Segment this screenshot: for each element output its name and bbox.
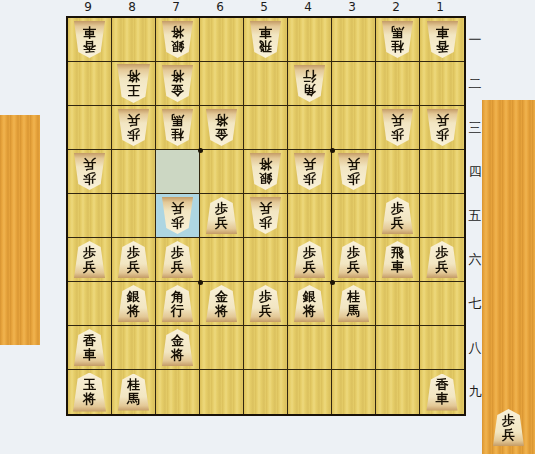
square-5-2[interactable] (244, 62, 288, 106)
square-1-8[interactable] (420, 326, 464, 370)
piece-kanji: 金 (215, 128, 228, 142)
piece-gote-pawn[interactable]: 歩兵 (293, 153, 326, 190)
square-6-1[interactable] (200, 18, 244, 62)
piece-kanji: 兵 (502, 428, 515, 442)
piece-gote-gold[interactable]: 金将 (161, 65, 194, 102)
file-label-4: 4 (286, 0, 330, 16)
square-6-8[interactable] (200, 326, 244, 370)
square-7-7[interactable]: 角行 (156, 282, 200, 326)
piece-kanji: 将 (259, 158, 272, 172)
square-1-5[interactable] (420, 194, 464, 238)
piece-kanji: 将 (171, 26, 184, 40)
rank-label-3: 三 (467, 106, 483, 150)
piece-kanji: 兵 (215, 216, 228, 230)
piece-kanji: 玉 (83, 378, 96, 392)
square-5-5[interactable]: 歩兵 (244, 194, 288, 238)
piece-sente-lance[interactable]: 香車 (426, 374, 459, 411)
rank-label-9: 九 (467, 370, 483, 414)
hoshi-dot (330, 148, 335, 153)
square-9-8[interactable]: 香車 (68, 326, 112, 370)
piece-kanji: 車 (83, 26, 96, 40)
square-9-9[interactable]: 玉将 (68, 370, 112, 414)
square-5-6[interactable] (244, 238, 288, 282)
piece-kanji: 兵 (391, 216, 404, 230)
file-label-5: 5 (242, 0, 286, 16)
square-3-1[interactable] (332, 18, 376, 62)
sente-hand-panel[interactable]: 歩兵 (482, 100, 535, 454)
square-3-6[interactable]: 歩兵 (332, 238, 376, 282)
piece-kanji: 歩 (391, 202, 404, 216)
piece-kanji: 馬 (347, 304, 360, 318)
piece-gote-lance[interactable]: 香車 (73, 21, 106, 58)
square-7-4[interactable] (156, 150, 200, 194)
square-3-9[interactable] (332, 370, 376, 414)
piece-kanji: 桂 (391, 40, 404, 54)
square-4-5[interactable] (288, 194, 332, 238)
piece-sente-pawn[interactable]: 歩兵 (249, 285, 282, 322)
rank-label-2: 二 (467, 62, 483, 106)
file-label-1: 1 (418, 0, 462, 16)
square-3-5[interactable] (332, 194, 376, 238)
rank-label-7: 七 (467, 282, 483, 326)
piece-kanji: 車 (391, 260, 404, 274)
square-5-3[interactable] (244, 106, 288, 150)
square-2-9[interactable] (376, 370, 420, 414)
piece-kanji: 歩 (502, 414, 515, 428)
piece-gote-bishop[interactable]: 角行 (293, 65, 326, 102)
piece-kanji: 歩 (436, 128, 449, 142)
piece-sente-pawn[interactable]: 歩兵 (293, 241, 326, 278)
square-6-5[interactable]: 歩兵 (200, 194, 244, 238)
square-2-4[interactable] (376, 150, 420, 194)
piece-kanji: 兵 (83, 158, 96, 172)
piece-kanji: 兵 (83, 260, 96, 274)
square-8-6[interactable]: 歩兵 (112, 238, 156, 282)
piece-kanji: 兵 (171, 260, 184, 274)
square-7-2[interactable]: 金将 (156, 62, 200, 106)
square-4-6[interactable]: 歩兵 (288, 238, 332, 282)
square-2-1[interactable]: 桂馬 (376, 18, 420, 62)
piece-kanji: 歩 (83, 172, 96, 186)
square-7-3[interactable]: 桂馬 (156, 106, 200, 150)
square-9-7[interactable] (68, 282, 112, 326)
piece-kanji: 兵 (259, 304, 272, 318)
rank-labels: 一二三四五六七八九 (467, 18, 483, 414)
square-9-1[interactable]: 香車 (68, 18, 112, 62)
piece-kanji: 兵 (347, 158, 360, 172)
piece-kanji: 角 (303, 84, 316, 98)
piece-sente-lance[interactable]: 香車 (73, 329, 106, 366)
piece-gote-silver[interactable]: 銀将 (249, 153, 282, 190)
piece-sente-rook[interactable]: 飛車 (381, 241, 414, 278)
square-6-6[interactable] (200, 238, 244, 282)
square-8-1[interactable] (112, 18, 156, 62)
gote-hand-panel[interactable] (0, 115, 40, 345)
square-8-8[interactable] (112, 326, 156, 370)
piece-kanji: 兵 (391, 114, 404, 128)
piece-kanji: 歩 (303, 246, 316, 260)
square-4-2[interactable]: 角行 (288, 62, 332, 106)
rank-label-8: 八 (467, 326, 483, 370)
piece-kanji: 兵 (347, 260, 360, 274)
square-6-4[interactable] (200, 150, 244, 194)
piece-kanji: 兵 (303, 260, 316, 274)
piece-kanji: 香 (83, 40, 96, 54)
piece-kanji: 金 (171, 84, 184, 98)
square-6-9[interactable] (200, 370, 244, 414)
square-2-6[interactable]: 飛車 (376, 238, 420, 282)
piece-kanji: 歩 (83, 246, 96, 260)
piece-sente-silver[interactable]: 銀将 (293, 285, 326, 322)
square-4-3[interactable] (288, 106, 332, 150)
piece-kanji: 歩 (391, 128, 404, 142)
square-5-4[interactable]: 銀将 (244, 150, 288, 194)
square-8-2[interactable]: 王将 (112, 62, 156, 106)
piece-kanji: 将 (171, 348, 184, 362)
piece-kanji: 兵 (127, 114, 140, 128)
piece-kanji: 将 (171, 70, 184, 84)
square-7-6[interactable]: 歩兵 (156, 238, 200, 282)
piece-sente-pawn[interactable]: 歩兵 (205, 197, 238, 234)
square-5-7[interactable]: 歩兵 (244, 282, 288, 326)
square-2-8[interactable] (376, 326, 420, 370)
piece-kanji: 車 (436, 392, 449, 406)
file-label-9: 9 (66, 0, 110, 16)
square-2-3[interactable]: 歩兵 (376, 106, 420, 150)
square-4-8[interactable] (288, 326, 332, 370)
square-1-2[interactable] (420, 62, 464, 106)
rank-label-5: 五 (467, 194, 483, 238)
piece-kanji: 将 (83, 392, 96, 406)
piece-gote-pawn[interactable]: 歩兵 (73, 153, 106, 190)
square-9-3[interactable] (68, 106, 112, 150)
piece-sente-knight[interactable]: 桂馬 (337, 285, 370, 322)
piece-sente-silver[interactable]: 銀将 (117, 285, 150, 322)
piece-kanji: 香 (83, 334, 96, 348)
piece-gote-gold[interactable]: 金将 (205, 109, 238, 146)
piece-kanji: 兵 (436, 114, 449, 128)
piece-sente-gold[interactable]: 金将 (205, 285, 238, 322)
piece-kanji: 歩 (127, 246, 140, 260)
piece-kanji: 歩 (303, 172, 316, 186)
shogi-board: 香車銀将飛車桂馬香車王将金将角行歩兵桂馬金将歩兵歩兵歩兵銀将歩兵歩兵歩兵歩兵歩兵… (66, 16, 466, 416)
file-label-6: 6 (198, 0, 242, 16)
piece-sente-pawn[interactable]: 歩兵 (161, 241, 194, 278)
piece-kanji: 歩 (215, 202, 228, 216)
file-label-3: 3 (330, 0, 374, 16)
piece-kanji: 飛 (391, 246, 404, 260)
piece-kanji: 歩 (347, 246, 360, 260)
piece-kanji: 将 (215, 114, 228, 128)
square-6-7[interactable]: 金将 (200, 282, 244, 326)
piece-kanji: 将 (215, 304, 228, 318)
piece-kanji: 香 (436, 40, 449, 54)
square-3-3[interactable] (332, 106, 376, 150)
square-4-4[interactable]: 歩兵 (288, 150, 332, 194)
piece-kanji: 将 (127, 304, 140, 318)
piece-gote-pawn[interactable]: 歩兵 (249, 197, 282, 234)
piece-kanji: 桂 (127, 378, 140, 392)
square-4-7[interactable]: 銀将 (288, 282, 332, 326)
square-9-4[interactable]: 歩兵 (68, 150, 112, 194)
piece-sente-pawn[interactable]: 歩兵 (426, 241, 459, 278)
piece-kanji: 歩 (127, 128, 140, 142)
piece-kanji: 歩 (436, 246, 449, 260)
file-label-8: 8 (110, 0, 154, 16)
square-6-2[interactable] (200, 62, 244, 106)
square-2-7[interactable] (376, 282, 420, 326)
piece-gote-pawn[interactable]: 歩兵 (337, 153, 370, 190)
piece-gote-king[interactable]: 王将 (116, 64, 151, 103)
rank-label-6: 六 (467, 238, 483, 282)
piece-kanji: 行 (171, 304, 184, 318)
piece-kanji: 歩 (171, 246, 184, 260)
piece-sente-king[interactable]: 玉将 (72, 373, 107, 412)
square-7-1[interactable]: 銀将 (156, 18, 200, 62)
square-3-7[interactable]: 桂馬 (332, 282, 376, 326)
piece-sente-pawn[interactable]: 歩兵 (337, 241, 370, 278)
square-2-5[interactable]: 歩兵 (376, 194, 420, 238)
square-5-9[interactable] (244, 370, 288, 414)
piece-sente-pawn[interactable]: 歩兵 (73, 241, 106, 278)
square-1-4[interactable] (420, 150, 464, 194)
hoshi-dot (198, 148, 203, 153)
square-4-1[interactable] (288, 18, 332, 62)
piece-kanji: 車 (83, 348, 96, 362)
piece-kanji: 王 (127, 84, 140, 98)
piece-kanji: 香 (436, 378, 449, 392)
square-7-9[interactable] (156, 370, 200, 414)
hoshi-dot (198, 280, 203, 285)
square-8-4[interactable] (112, 150, 156, 194)
piece-sente-pawn[interactable]: 歩兵 (381, 197, 414, 234)
square-8-5[interactable] (112, 194, 156, 238)
square-4-9[interactable] (288, 370, 332, 414)
rank-label-4: 四 (467, 150, 483, 194)
piece-kanji: 歩 (259, 290, 272, 304)
piece-kanji: 歩 (259, 216, 272, 230)
square-1-1[interactable]: 香車 (420, 18, 464, 62)
piece-kanji: 金 (215, 290, 228, 304)
piece-kanji: 馬 (127, 392, 140, 406)
square-7-8[interactable]: 金将 (156, 326, 200, 370)
piece-kanji: 銀 (127, 290, 140, 304)
piece-kanji: 金 (171, 334, 184, 348)
piece-kanji: 馬 (391, 26, 404, 40)
piece-kanji: 兵 (259, 202, 272, 216)
piece-gote-pawn[interactable]: 歩兵 (117, 109, 150, 146)
square-1-6[interactable]: 歩兵 (420, 238, 464, 282)
piece-gote-knight[interactable]: 桂馬 (161, 109, 194, 146)
piece-kanji: 銀 (171, 40, 184, 54)
piece-kanji: 兵 (127, 260, 140, 274)
piece-kanji: 馬 (171, 114, 184, 128)
square-9-5[interactable] (68, 194, 112, 238)
square-3-8[interactable] (332, 326, 376, 370)
piece-kanji: 兵 (171, 202, 184, 216)
piece-gote-lance[interactable]: 香車 (426, 21, 459, 58)
piece-sente-pawn[interactable]: 歩兵 (117, 241, 150, 278)
piece-kanji: 兵 (303, 158, 316, 172)
piece-sente-gold[interactable]: 金将 (161, 329, 194, 366)
square-3-4[interactable]: 歩兵 (332, 150, 376, 194)
square-2-2[interactable] (376, 62, 420, 106)
square-9-6[interactable]: 歩兵 (68, 238, 112, 282)
piece-sente-pawn[interactable]: 歩兵 (492, 409, 525, 446)
piece-kanji: 行 (303, 70, 316, 84)
piece-gote-pawn[interactable]: 歩兵 (426, 109, 459, 146)
piece-kanji: 将 (127, 70, 140, 84)
square-3-2[interactable] (332, 62, 376, 106)
square-9-2[interactable] (68, 62, 112, 106)
piece-kanji: 歩 (347, 172, 360, 186)
hoshi-dot (330, 280, 335, 285)
piece-gote-pawn[interactable]: 歩兵 (161, 197, 194, 234)
rank-label-1: 一 (467, 18, 483, 62)
piece-kanji: 車 (436, 26, 449, 40)
piece-kanji: 銀 (303, 290, 316, 304)
piece-kanji: 角 (171, 290, 184, 304)
file-labels: 987654321 (66, 0, 466, 16)
square-5-8[interactable] (244, 326, 288, 370)
square-5-1[interactable]: 飛車 (244, 18, 288, 62)
piece-kanji: 車 (259, 26, 272, 40)
piece-kanji: 桂 (171, 128, 184, 142)
square-1-7[interactable] (420, 282, 464, 326)
piece-kanji: 銀 (259, 172, 272, 186)
piece-sente-bishop[interactable]: 角行 (161, 285, 194, 322)
piece-gote-knight[interactable]: 桂馬 (381, 21, 414, 58)
square-7-5[interactable]: 歩兵 (156, 194, 200, 238)
square-1-9[interactable]: 香車 (420, 370, 464, 414)
piece-kanji: 歩 (171, 216, 184, 230)
file-label-2: 2 (374, 0, 418, 16)
file-label-7: 7 (154, 0, 198, 16)
square-1-3[interactable]: 歩兵 (420, 106, 464, 150)
square-8-3[interactable]: 歩兵 (112, 106, 156, 150)
piece-gote-rook[interactable]: 飛車 (249, 21, 282, 58)
square-6-3[interactable]: 金将 (200, 106, 244, 150)
piece-gote-silver[interactable]: 銀将 (161, 21, 194, 58)
square-8-7[interactable]: 銀将 (112, 282, 156, 326)
piece-sente-knight[interactable]: 桂馬 (117, 374, 150, 411)
piece-kanji: 兵 (436, 260, 449, 274)
piece-kanji: 飛 (259, 40, 272, 54)
piece-kanji: 将 (303, 304, 316, 318)
square-8-9[interactable]: 桂馬 (112, 370, 156, 414)
piece-kanji: 桂 (347, 290, 360, 304)
piece-gote-pawn[interactable]: 歩兵 (381, 109, 414, 146)
